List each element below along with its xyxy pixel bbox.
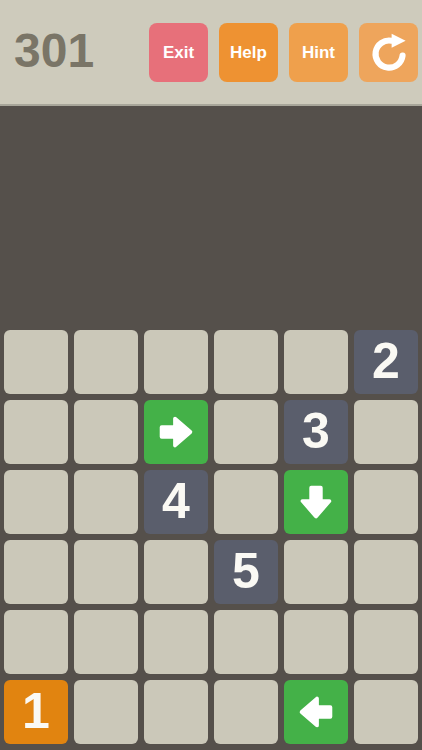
- grid-cell-r4c4[interactable]: 5: [214, 540, 278, 604]
- grid-cell-r5c4[interactable]: [214, 610, 278, 674]
- toolbar: Exit Help Hint: [149, 23, 418, 82]
- grid-cell-r4c1[interactable]: [4, 540, 68, 604]
- board: 23451: [4, 330, 418, 744]
- grid-cell-r3c6[interactable]: [354, 470, 418, 534]
- grid-cell-r3c5[interactable]: [284, 470, 348, 534]
- grid-cell-r6c2[interactable]: [74, 680, 138, 744]
- grid-cell-r3c3[interactable]: 4: [144, 470, 208, 534]
- grid-cell-r1c1[interactable]: [4, 330, 68, 394]
- restart-button[interactable]: [359, 23, 418, 82]
- top-bar: 301 Exit Help Hint: [0, 0, 422, 106]
- grid-cell-r3c4[interactable]: [214, 470, 278, 534]
- grid-cell-r2c3[interactable]: [144, 400, 208, 464]
- grid-cell-r5c1[interactable]: [4, 610, 68, 674]
- arrow-down-icon: [293, 479, 339, 525]
- game-screen: 301 Exit Help Hint 23451: [0, 0, 422, 750]
- help-button[interactable]: Help: [219, 23, 278, 82]
- grid-cell-r5c5[interactable]: [284, 610, 348, 674]
- level-number: 301: [14, 23, 94, 78]
- grid-cell-r4c5[interactable]: [284, 540, 348, 604]
- grid-cell-r2c4[interactable]: [214, 400, 278, 464]
- grid-cell-r3c2[interactable]: [74, 470, 138, 534]
- exit-button[interactable]: Exit: [149, 23, 208, 82]
- grid-cell-r1c4[interactable]: [214, 330, 278, 394]
- grid-cell-r4c3[interactable]: [144, 540, 208, 604]
- grid-cell-r1c5[interactable]: [284, 330, 348, 394]
- grid-cell-r1c2[interactable]: [74, 330, 138, 394]
- grid-cell-r6c6[interactable]: [354, 680, 418, 744]
- hint-button[interactable]: Hint: [289, 23, 348, 82]
- grid-cell-r2c2[interactable]: [74, 400, 138, 464]
- cell-number: 5: [232, 546, 260, 596]
- grid-cell-r6c1[interactable]: 1: [4, 680, 68, 744]
- grid-cell-r5c3[interactable]: [144, 610, 208, 674]
- grid-cell-r6c3[interactable]: [144, 680, 208, 744]
- restart-icon: [368, 32, 410, 74]
- grid-cell-r1c3[interactable]: [144, 330, 208, 394]
- cell-number: 1: [22, 686, 50, 736]
- arrow-left-icon: [293, 689, 339, 735]
- cell-number: 4: [162, 476, 190, 526]
- grid-cell-r3c1[interactable]: [4, 470, 68, 534]
- grid-cell-r2c1[interactable]: [4, 400, 68, 464]
- cell-number: 3: [302, 406, 330, 456]
- stage: [0, 108, 422, 330]
- grid-cell-r4c2[interactable]: [74, 540, 138, 604]
- grid-cell-r6c4[interactable]: [214, 680, 278, 744]
- grid-cell-r5c2[interactable]: [74, 610, 138, 674]
- grid-cell-r4c6[interactable]: [354, 540, 418, 604]
- arrow-right-icon: [153, 409, 199, 455]
- grid-cell-r2c6[interactable]: [354, 400, 418, 464]
- grid-cell-r6c5[interactable]: [284, 680, 348, 744]
- cell-number: 2: [372, 336, 400, 386]
- grid-cell-r5c6[interactable]: [354, 610, 418, 674]
- grid-cell-r1c6[interactable]: 2: [354, 330, 418, 394]
- grid-cell-r2c5[interactable]: 3: [284, 400, 348, 464]
